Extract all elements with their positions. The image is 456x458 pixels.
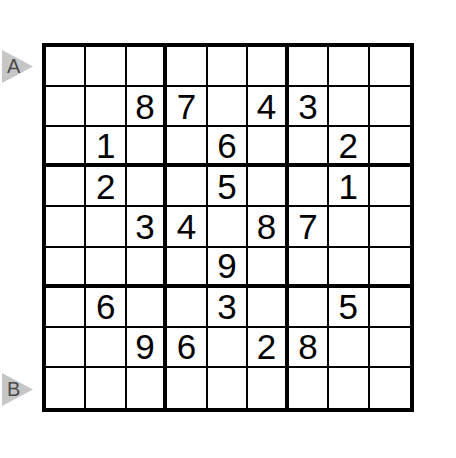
cell-r4c5[interactable]: 5	[208, 167, 248, 207]
cell-r1c9[interactable]	[370, 47, 410, 87]
cell-r5c5[interactable]	[208, 207, 248, 247]
cell-r5c8[interactable]	[329, 207, 369, 247]
cell-r6c6[interactable]	[248, 248, 288, 288]
cell-r6c2[interactable]	[86, 248, 126, 288]
given-digit: 5	[217, 169, 236, 204]
cell-r1c4[interactable]	[167, 47, 207, 87]
cell-r7c4[interactable]	[167, 288, 207, 328]
cell-r5c2[interactable]	[86, 207, 126, 247]
given-digit: 9	[135, 329, 154, 364]
sudoku-page: A 8743162251348796359628 B	[0, 0, 456, 458]
cell-r2c6[interactable]: 4	[248, 87, 288, 127]
given-digit: 3	[298, 89, 317, 124]
given-digit: 1	[96, 128, 115, 163]
cell-r6c9[interactable]	[370, 248, 410, 288]
cell-r1c5[interactable]	[208, 47, 248, 87]
given-digit: 9	[217, 248, 236, 283]
cell-r8c9[interactable]	[370, 328, 410, 368]
given-digit: 2	[96, 169, 115, 204]
given-digit: 3	[217, 289, 236, 324]
cell-r4c2[interactable]: 2	[86, 167, 126, 207]
cell-r8c1[interactable]	[46, 328, 86, 368]
cell-r4c8[interactable]: 1	[329, 167, 369, 207]
cell-r4c7[interactable]	[289, 167, 329, 207]
cell-r4c1[interactable]	[46, 167, 86, 207]
cell-r5c4[interactable]: 4	[167, 207, 207, 247]
cell-r9c4[interactable]	[167, 368, 207, 408]
cell-r4c6[interactable]	[248, 167, 288, 207]
cell-r9c1[interactable]	[46, 368, 86, 408]
cell-r8c3[interactable]: 9	[127, 328, 167, 368]
cell-r7c9[interactable]	[370, 288, 410, 328]
cell-r8c5[interactable]	[208, 328, 248, 368]
cell-r6c8[interactable]	[329, 248, 369, 288]
cell-r3c2[interactable]: 1	[86, 127, 126, 167]
cell-r7c7[interactable]	[289, 288, 329, 328]
cell-r7c6[interactable]	[248, 288, 288, 328]
cell-r8c6[interactable]: 2	[248, 328, 288, 368]
cell-r5c7[interactable]: 7	[289, 207, 329, 247]
cell-r1c6[interactable]	[248, 47, 288, 87]
cell-r7c2[interactable]: 6	[86, 288, 126, 328]
cell-r4c9[interactable]	[370, 167, 410, 207]
cell-r5c1[interactable]	[46, 207, 86, 247]
given-digit: 4	[257, 89, 276, 124]
cell-r9c3[interactable]	[127, 368, 167, 408]
given-digit: 1	[339, 169, 358, 204]
cell-r5c3[interactable]: 3	[127, 207, 167, 247]
cell-r9c9[interactable]	[370, 368, 410, 408]
cell-r2c7[interactable]: 3	[289, 87, 329, 127]
cell-r3c9[interactable]	[370, 127, 410, 167]
cell-r9c6[interactable]	[248, 368, 288, 408]
given-digit: 7	[298, 209, 317, 244]
cell-r9c7[interactable]	[289, 368, 329, 408]
given-digit: 6	[177, 329, 196, 364]
given-digit: 5	[339, 289, 358, 324]
cell-r2c2[interactable]	[86, 87, 126, 127]
row-marker-b: B	[2, 373, 33, 406]
given-digit: 4	[177, 209, 196, 244]
cell-r2c5[interactable]	[208, 87, 248, 127]
given-digit: 8	[257, 209, 276, 244]
cell-r3c6[interactable]	[248, 127, 288, 167]
given-digit: 2	[257, 329, 276, 364]
cell-r1c7[interactable]	[289, 47, 329, 87]
cell-r6c7[interactable]	[289, 248, 329, 288]
cell-r6c4[interactable]	[167, 248, 207, 288]
cell-r7c3[interactable]	[127, 288, 167, 328]
cell-r1c8[interactable]	[329, 47, 369, 87]
cell-r8c2[interactable]	[86, 328, 126, 368]
cell-r2c9[interactable]	[370, 87, 410, 127]
row-marker-a-label: A	[7, 56, 20, 76]
cell-r9c5[interactable]	[208, 368, 248, 408]
cell-r2c4[interactable]: 7	[167, 87, 207, 127]
cell-r6c3[interactable]	[127, 248, 167, 288]
given-digit: 8	[298, 329, 317, 364]
cell-r1c1[interactable]	[46, 47, 86, 87]
cell-r3c3[interactable]	[127, 127, 167, 167]
cell-r3c8[interactable]: 2	[329, 127, 369, 167]
cell-r2c8[interactable]	[329, 87, 369, 127]
cell-r2c1[interactable]	[46, 87, 86, 127]
cell-r3c4[interactable]	[167, 127, 207, 167]
sudoku-board: 8743162251348796359628	[42, 43, 414, 412]
cell-r3c7[interactable]	[289, 127, 329, 167]
given-digit: 2	[339, 128, 358, 163]
cell-r1c2[interactable]	[86, 47, 126, 87]
cell-r8c4[interactable]: 6	[167, 328, 207, 368]
cell-r5c6[interactable]: 8	[248, 207, 288, 247]
cell-r2c3[interactable]: 8	[127, 87, 167, 127]
row-marker-b-label: B	[7, 379, 20, 399]
cell-r4c3[interactable]	[127, 167, 167, 207]
cell-r6c5[interactable]: 9	[208, 248, 248, 288]
cell-r3c5[interactable]: 6	[208, 127, 248, 167]
given-digit: 3	[135, 209, 154, 244]
cell-r7c5[interactable]: 3	[208, 288, 248, 328]
cell-r7c8[interactable]: 5	[329, 288, 369, 328]
row-marker-a: A	[2, 50, 33, 83]
given-digit: 6	[96, 289, 115, 324]
cell-r5c9[interactable]	[370, 207, 410, 247]
cell-r8c7[interactable]: 8	[289, 328, 329, 368]
given-digit: 7	[177, 89, 196, 124]
cell-r1c3[interactable]	[127, 47, 167, 87]
given-digit: 8	[135, 89, 154, 124]
cell-r7c1[interactable]	[46, 288, 86, 328]
cell-r4c4[interactable]	[167, 167, 207, 207]
cell-r8c8[interactable]	[329, 328, 369, 368]
given-digit: 6	[217, 128, 236, 163]
cell-r3c1[interactable]	[46, 127, 86, 167]
cell-r6c1[interactable]	[46, 248, 86, 288]
cell-r9c2[interactable]	[86, 368, 126, 408]
cell-r9c8[interactable]	[329, 368, 369, 408]
